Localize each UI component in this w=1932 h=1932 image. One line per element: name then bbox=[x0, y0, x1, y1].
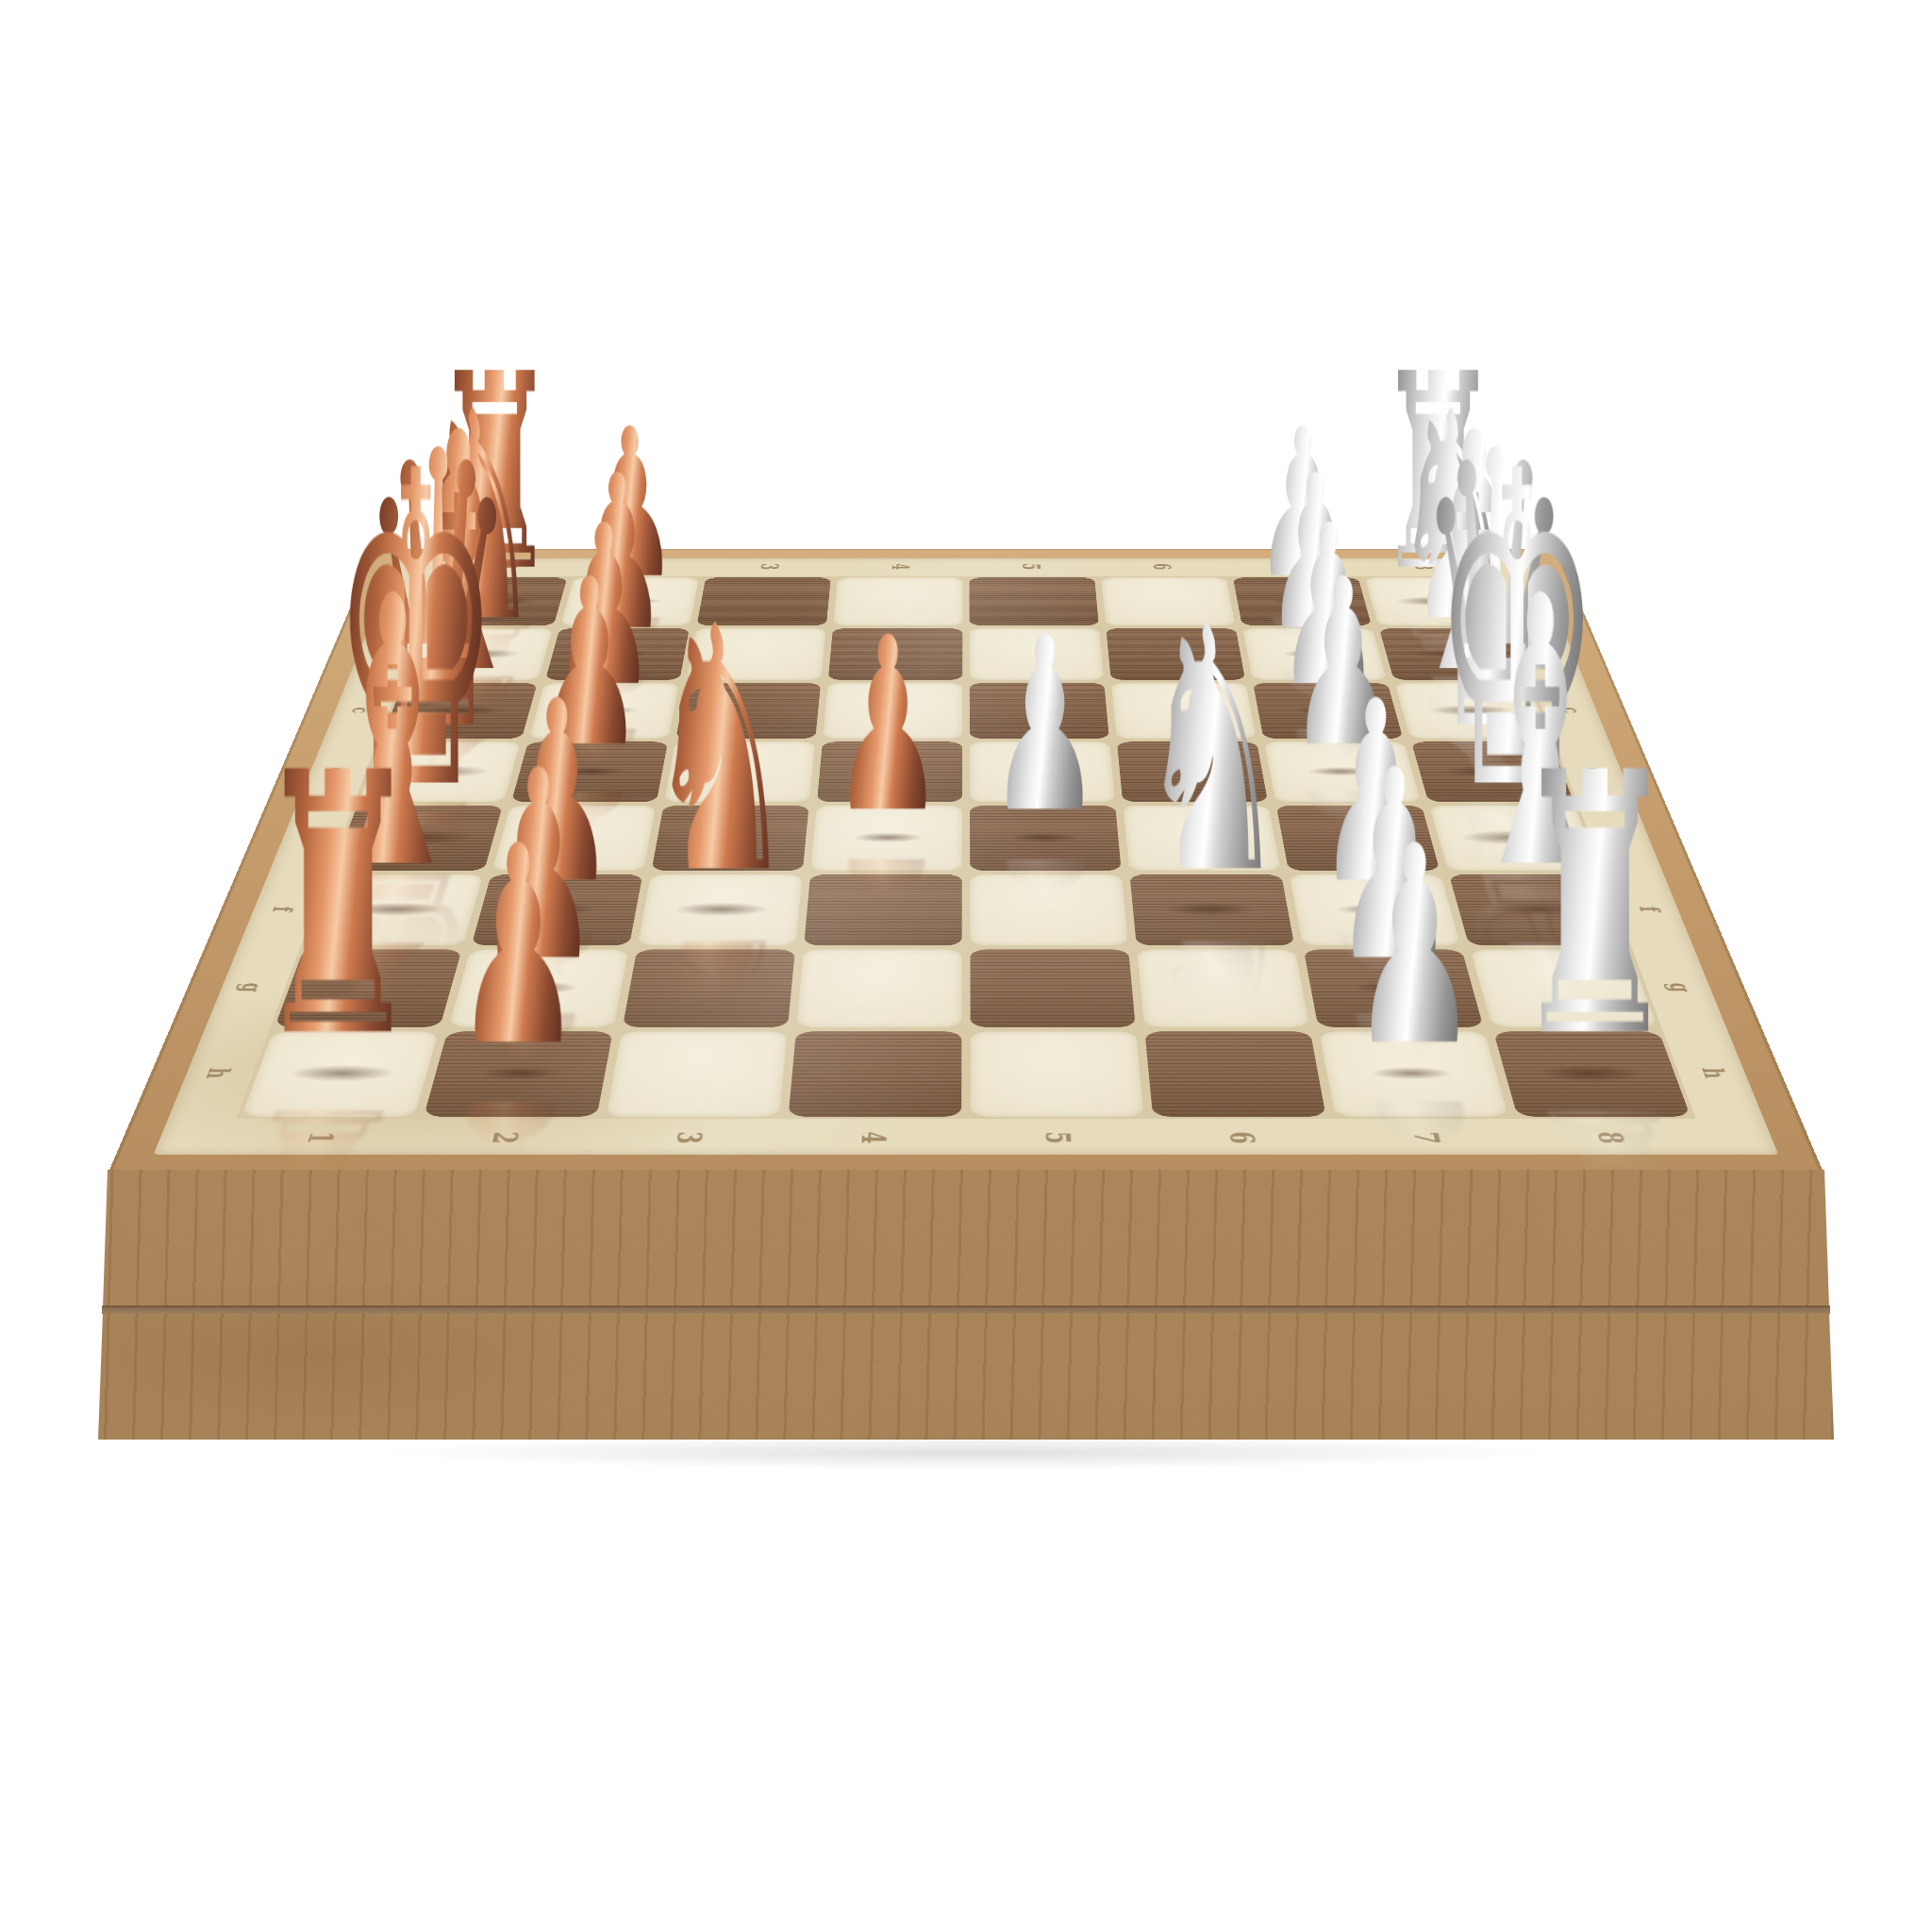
file-labels-left: abcdefgh bbox=[168, 576, 437, 1119]
piece-black-pawn-g7[interactable]: ♟ bbox=[1332, 736, 1456, 997]
square-e7[interactable] bbox=[1276, 806, 1441, 871]
file-label-left-b: b bbox=[309, 644, 456, 663]
square-anchor-d7: ♟♟ bbox=[1260, 741, 1425, 804]
file-label-right-b: b bbox=[1476, 644, 1623, 663]
square-anchor-f6: ♞♞ bbox=[1125, 873, 1299, 947]
square-anchor-e7 bbox=[1272, 804, 1444, 873]
rank-label-far-7: 7 bbox=[1265, 543, 1323, 591]
piece-shadow bbox=[1354, 1064, 1470, 1081]
square-b4[interactable] bbox=[828, 628, 963, 680]
piece-reflection: ♟ bbox=[1254, 608, 1368, 673]
square-anchor-d6 bbox=[1113, 741, 1272, 804]
square-d4[interactable] bbox=[817, 741, 962, 802]
square-anchor-g6 bbox=[1132, 947, 1314, 1029]
square-anchor-g7: ♟♟ bbox=[1299, 947, 1489, 1029]
rank-labels-near: 12345678 bbox=[223, 1121, 1709, 1155]
piece-shadow bbox=[1280, 705, 1374, 716]
file-label-right-a: a bbox=[1458, 592, 1600, 610]
rank-label-far-2: 2 bbox=[609, 543, 667, 591]
piece-reflection: ♟ bbox=[472, 918, 616, 1016]
square-g6[interactable] bbox=[1137, 949, 1309, 1026]
rank-label-far-6: 6 bbox=[1136, 543, 1189, 591]
square-b3[interactable] bbox=[687, 628, 826, 680]
square-f3[interactable] bbox=[638, 874, 803, 945]
square-d5[interactable] bbox=[970, 741, 1115, 802]
piece-white-knight-b1[interactable]: ♞ bbox=[412, 375, 541, 662]
piece-reflection: ♟ bbox=[563, 608, 677, 673]
piece-shadow bbox=[574, 648, 663, 658]
piece-reflection: ♟ bbox=[448, 997, 600, 1104]
piece-black-pawn-h7[interactable]: ♟ bbox=[1350, 810, 1479, 1084]
square-anchor-b4 bbox=[824, 627, 966, 682]
piece-reflection: ♟ bbox=[1289, 779, 1420, 861]
piece-shadow bbox=[839, 831, 937, 844]
wooden-box-seam bbox=[102, 1306, 1830, 1314]
square-f5[interactable] bbox=[970, 874, 1128, 945]
piece-white-knight-f3[interactable]: ♞ bbox=[644, 583, 796, 921]
piece-black-knight-f6[interactable]: ♞ bbox=[1136, 583, 1288, 921]
file-label-right-d: d bbox=[1516, 760, 1674, 783]
square-e5[interactable] bbox=[970, 806, 1122, 871]
piece-reflection: ♞ bbox=[620, 921, 796, 1056]
square-c2[interactable] bbox=[529, 683, 679, 739]
file-label-right-e: e bbox=[1539, 825, 1705, 850]
square-b5[interactable] bbox=[970, 628, 1105, 680]
piece-black-pawn-f7[interactable]: ♟ bbox=[1316, 668, 1434, 918]
file-label-right-h: h bbox=[1620, 1058, 1810, 1089]
piece-reflection: ♟ bbox=[548, 660, 668, 731]
square-f7[interactable] bbox=[1290, 874, 1461, 945]
piece-reflection: ♟ bbox=[531, 717, 656, 793]
rank-labels-far: 12345678 bbox=[440, 558, 1492, 575]
square-g7[interactable] bbox=[1304, 949, 1484, 1026]
file-label-left-c: c bbox=[284, 700, 437, 721]
square-g2[interactable] bbox=[449, 949, 629, 1026]
square-b2[interactable] bbox=[545, 628, 690, 680]
piece-white-king-e1[interactable]: ♚ bbox=[331, 417, 500, 850]
piece-white-pawn-c2[interactable]: ♟ bbox=[552, 496, 657, 718]
square-f6[interactable] bbox=[1129, 874, 1294, 945]
square-e6[interactable] bbox=[1123, 806, 1280, 871]
square-anchor-e3 bbox=[647, 804, 813, 873]
piece-reflection: ♟ bbox=[1316, 918, 1460, 1016]
square-anchor-b7: ♟♟ bbox=[1239, 627, 1391, 682]
piece-shadow bbox=[995, 831, 1093, 844]
file-label-right-c: c bbox=[1495, 700, 1648, 721]
square-anchor-e2 bbox=[488, 804, 660, 873]
piece-reflection: ♟ bbox=[1332, 997, 1484, 1104]
square-g5[interactable] bbox=[970, 949, 1135, 1026]
square-anchor-c3 bbox=[672, 681, 824, 740]
piece-black-pawn-c7[interactable]: ♟ bbox=[1276, 496, 1381, 718]
piece-shadow bbox=[485, 979, 595, 995]
square-anchor-c5 bbox=[966, 681, 1113, 740]
piece-shadow bbox=[462, 1064, 578, 1081]
square-anchor-c7: ♟♟ bbox=[1249, 681, 1407, 740]
file-labels-right: abcdefgh bbox=[1495, 576, 1764, 1119]
square-e3[interactable] bbox=[652, 806, 809, 871]
square-d2[interactable] bbox=[511, 741, 668, 802]
square-b7[interactable] bbox=[1242, 628, 1387, 680]
piece-shadow bbox=[1258, 596, 1345, 606]
square-anchor-g3 bbox=[618, 947, 800, 1029]
square-anchor-f2: ♟♟ bbox=[467, 873, 647, 947]
square-g4[interactable] bbox=[796, 949, 961, 1026]
square-c3[interactable] bbox=[675, 683, 821, 739]
piece-black-knight-b8[interactable]: ♞ bbox=[1391, 375, 1520, 662]
file-label-left-a: a bbox=[333, 592, 475, 610]
piece-reflection: ♟ bbox=[1265, 660, 1385, 731]
square-anchor-b2: ♟♟ bbox=[541, 627, 693, 682]
square-anchor-c2: ♟♟ bbox=[525, 681, 683, 740]
square-d6[interactable] bbox=[1117, 741, 1268, 802]
piece-white-pawn-h2[interactable]: ♟ bbox=[453, 810, 582, 1084]
square-anchor-b6 bbox=[1103, 627, 1249, 682]
square-anchor-f4 bbox=[800, 873, 966, 947]
square-anchor-c6 bbox=[1108, 681, 1260, 740]
piece-shadow bbox=[506, 902, 611, 916]
piece-shadow bbox=[1321, 902, 1426, 916]
piece-reflection: ♟ bbox=[824, 846, 944, 936]
square-anchor-g4 bbox=[791, 947, 966, 1029]
piece-reflection: ♟ bbox=[1276, 717, 1401, 793]
file-label-right-g: g bbox=[1591, 974, 1772, 1002]
piece-reflection: ♟ bbox=[988, 846, 1108, 936]
piece-white-pawn-f2[interactable]: ♟ bbox=[498, 668, 616, 918]
floor-shadow bbox=[132, 1429, 1802, 1476]
square-f2[interactable] bbox=[472, 874, 643, 945]
square-anchor-e5: ♟♟ bbox=[966, 804, 1125, 873]
piece-reflection: ♟ bbox=[513, 779, 644, 861]
rank-label-far-3: 3 bbox=[743, 543, 796, 591]
piece-shadow bbox=[1269, 648, 1358, 658]
square-anchor-d5 bbox=[966, 741, 1119, 804]
piece-shadow bbox=[1292, 765, 1390, 777]
square-anchor-g5 bbox=[966, 947, 1141, 1029]
square-anchor-f3: ♞♞ bbox=[633, 873, 807, 947]
square-d3[interactable] bbox=[664, 741, 815, 802]
piece-shadow bbox=[558, 705, 652, 716]
square-e2[interactable] bbox=[492, 806, 657, 871]
file-label-right-f: f bbox=[1563, 896, 1737, 923]
square-d7[interactable] bbox=[1264, 741, 1421, 802]
square-e4[interactable] bbox=[810, 806, 962, 871]
square-anchor-d2: ♟♟ bbox=[507, 741, 672, 804]
rank-label-far-4: 4 bbox=[876, 543, 924, 591]
pieces-layer: ♜♜♟♟♟♟♜♜♞♞♟♟♟♟♞♞♝♝♟♟♟♟♝♝♛♛♟♟♟♟♛♛♚♚♟♟♟♟♚♚… bbox=[236, 576, 1696, 1119]
square-c5[interactable] bbox=[970, 683, 1109, 739]
piece-shadow bbox=[1337, 979, 1447, 995]
piece-shadow bbox=[1144, 900, 1277, 919]
square-g3[interactable] bbox=[623, 949, 795, 1026]
square-anchor-d4 bbox=[813, 741, 966, 804]
file-label-left-e: e bbox=[227, 825, 393, 850]
product-photo-stage: 12345678 12345678 abcdefgh abcdefgh ♜♜♟♟… bbox=[0, 0, 1932, 1932]
piece-shadow bbox=[542, 765, 640, 777]
square-anchor-d3 bbox=[660, 741, 819, 804]
file-label-left-f: f bbox=[195, 896, 369, 923]
square-c4[interactable] bbox=[823, 683, 962, 739]
piece-shadow bbox=[588, 596, 675, 606]
piece-black-king-e8[interactable]: ♚ bbox=[1432, 417, 1601, 850]
square-c7[interactable] bbox=[1253, 683, 1403, 739]
rank-label-far-8: 8 bbox=[1393, 543, 1456, 591]
file-label-left-d: d bbox=[257, 760, 415, 783]
piece-white-pawn-g2[interactable]: ♟ bbox=[476, 736, 600, 997]
square-anchor-e6 bbox=[1119, 804, 1285, 873]
scene: 12345678 12345678 abcdefgh abcdefgh ♜♜♟♟… bbox=[0, 0, 1932, 1932]
piece-black-pawn-e5[interactable]: ♟ bbox=[988, 606, 1101, 845]
piece-reflection: ♞ bbox=[1136, 921, 1312, 1056]
rank-label-far-1: 1 bbox=[476, 543, 539, 591]
file-label-left-h: h bbox=[122, 1058, 312, 1089]
square-anchor-b3 bbox=[683, 627, 829, 682]
squares-grid bbox=[236, 576, 1696, 1119]
square-anchor-e4: ♟♟ bbox=[807, 804, 966, 873]
rank-label-far-5: 5 bbox=[1008, 543, 1056, 591]
square-anchor-c4 bbox=[819, 681, 966, 740]
file-label-left-g: g bbox=[160, 974, 341, 1002]
square-anchor-f5 bbox=[966, 873, 1132, 947]
square-b6[interactable] bbox=[1106, 628, 1245, 680]
piece-white-pawn-e4[interactable]: ♟ bbox=[831, 606, 944, 845]
square-anchor-b5 bbox=[966, 627, 1108, 682]
square-f4[interactable] bbox=[804, 874, 962, 945]
square-c6[interactable] bbox=[1111, 683, 1257, 739]
square-anchor-f7: ♟♟ bbox=[1285, 873, 1465, 947]
chess-board: 12345678 12345678 abcdefgh abcdefgh ♜♜♟♟… bbox=[108, 549, 1824, 1174]
piece-shadow bbox=[655, 900, 788, 919]
square-anchor-g2: ♟♟ bbox=[443, 947, 633, 1029]
